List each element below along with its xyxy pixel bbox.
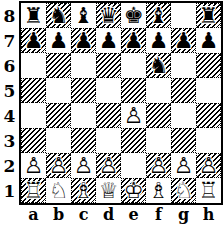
black-pawn-piece[interactable]: ♟ (196, 28, 221, 53)
rank-label-7: 7 (0, 28, 19, 53)
square-e7[interactable]: ♟ (121, 28, 146, 53)
black-king-piece[interactable]: ♚ (121, 3, 146, 28)
white-knight-piece[interactable]: ♞♘ (171, 178, 196, 203)
black-rook-piece[interactable]: ♜ (196, 3, 221, 28)
black-pawn-piece[interactable]: ♟ (121, 28, 146, 53)
square-d8[interactable]: ♛ (96, 3, 121, 28)
square-c7[interactable]: ♟ (71, 28, 96, 53)
square-a4[interactable] (21, 103, 46, 128)
square-g4[interactable] (171, 103, 196, 128)
square-g2[interactable]: ♟♙ (171, 153, 196, 178)
file-label-g: g (171, 205, 196, 224)
piece-glyph: ♟ (49, 28, 69, 53)
piece-glyph: ♛ (99, 3, 119, 28)
piece-glyph: ♙ (24, 153, 44, 178)
white-bishop-piece[interactable]: ♝♗ (71, 178, 96, 203)
rank-labels: 87654321 (0, 3, 19, 205)
piece-glyph: ♕ (99, 178, 119, 203)
white-pawn-piece[interactable]: ♟♙ (71, 153, 96, 178)
piece-glyph: ♗ (74, 178, 94, 203)
square-h2[interactable]: ♟♙ (196, 153, 221, 178)
square-d6[interactable] (96, 53, 121, 78)
piece-glyph: ♜ (199, 3, 219, 28)
board: ♜♞♝♛♚♝♜♟♟♟♟♟♟♟♟♞♟♙♟♙♟♙♟♙♟♙♟♙♟♙♟♙♜♖♞♘♝♗♛♕… (19, 1, 223, 205)
black-pawn-piece[interactable]: ♟ (96, 28, 121, 53)
piece-glyph: ♞ (49, 3, 69, 28)
black-pawn-piece[interactable]: ♟ (171, 28, 196, 53)
piece-glyph: ♟ (174, 28, 194, 53)
black-knight-piece[interactable]: ♞ (46, 3, 71, 28)
rank-label-2: 2 (0, 153, 19, 178)
white-pawn-piece[interactable]: ♟♙ (96, 153, 121, 178)
board-area: 87654321 ♜♞♝♛♚♝♜♟♟♟♟♟♟♟♟♞♟♙♟♙♟♙♟♙♟♙♟♙♟♙♟… (0, 1, 223, 205)
rank-label-6: 6 (0, 53, 19, 78)
file-label-a: a (21, 205, 46, 224)
square-b8[interactable]: ♞ (46, 3, 71, 28)
square-f2[interactable]: ♟♙ (146, 153, 171, 178)
piece-glyph: ♔ (124, 178, 144, 203)
piece-glyph: ♙ (124, 103, 144, 128)
white-rook-piece[interactable]: ♜♖ (21, 178, 46, 203)
piece-glyph: ♝ (74, 3, 94, 28)
square-f3[interactable] (146, 128, 171, 153)
square-g3[interactable] (171, 128, 196, 153)
white-pawn-piece[interactable]: ♟♙ (21, 153, 46, 178)
piece-glyph: ♟ (199, 28, 219, 53)
square-e2[interactable] (121, 153, 146, 178)
chess-diagram: 87654321 ♜♞♝♛♚♝♜♟♟♟♟♟♟♟♟♞♟♙♟♙♟♙♟♙♟♙♟♙♟♙♟… (0, 0, 223, 226)
square-d1[interactable]: ♛♕ (96, 178, 121, 203)
piece-glyph: ♟ (149, 28, 169, 53)
square-d5[interactable] (96, 78, 121, 103)
black-pawn-piece[interactable]: ♟ (21, 28, 46, 53)
square-h1[interactable]: ♜♖ (196, 178, 221, 203)
piece-glyph: ♖ (199, 178, 219, 203)
square-a5[interactable] (21, 78, 46, 103)
square-d7[interactable]: ♟ (96, 28, 121, 53)
square-e3[interactable] (121, 128, 146, 153)
piece-glyph: ♙ (99, 153, 119, 178)
file-label-c: c (71, 205, 96, 224)
square-h8[interactable]: ♜ (196, 3, 221, 28)
square-g7[interactable]: ♟ (171, 28, 196, 53)
black-pawn-piece[interactable]: ♟ (46, 28, 71, 53)
square-f8[interactable]: ♝ (146, 3, 171, 28)
square-h4[interactable] (196, 103, 221, 128)
white-pawn-piece[interactable]: ♟♙ (46, 153, 71, 178)
piece-glyph: ♟ (99, 28, 119, 53)
square-a8[interactable]: ♜ (21, 3, 46, 28)
square-h5[interactable] (196, 78, 221, 103)
black-knight-piece[interactable]: ♞ (146, 53, 171, 78)
piece-glyph: ♖ (24, 178, 44, 203)
square-h3[interactable] (196, 128, 221, 153)
file-label-d: d (96, 205, 121, 224)
square-b1[interactable]: ♞♘ (46, 178, 71, 203)
piece-glyph: ♙ (174, 153, 194, 178)
square-h6[interactable] (196, 53, 221, 78)
square-f6[interactable]: ♞ (146, 53, 171, 78)
square-a3[interactable] (21, 128, 46, 153)
square-d4[interactable] (96, 103, 121, 128)
white-knight-piece[interactable]: ♞♘ (46, 178, 71, 203)
square-e1[interactable]: ♚♔ (121, 178, 146, 203)
square-b4[interactable] (46, 103, 71, 128)
square-a2[interactable]: ♟♙ (21, 153, 46, 178)
white-bishop-piece[interactable]: ♝♗ (146, 178, 171, 203)
white-queen-piece[interactable]: ♛♕ (96, 178, 121, 203)
black-bishop-piece[interactable]: ♝ (146, 3, 171, 28)
square-f5[interactable] (146, 78, 171, 103)
square-c5[interactable] (71, 78, 96, 103)
piece-glyph: ♟ (24, 28, 44, 53)
white-rook-piece[interactable]: ♜♖ (196, 178, 221, 203)
square-g5[interactable] (171, 78, 196, 103)
square-c8[interactable]: ♝ (71, 3, 96, 28)
piece-glyph: ♚ (124, 3, 144, 28)
white-pawn-piece[interactable]: ♟♙ (121, 103, 146, 128)
square-e8[interactable]: ♚ (121, 3, 146, 28)
square-e4[interactable]: ♟♙ (121, 103, 146, 128)
square-g6[interactable] (171, 53, 196, 78)
white-pawn-piece[interactable]: ♟♙ (171, 153, 196, 178)
black-queen-piece[interactable]: ♛ (96, 3, 121, 28)
black-rook-piece[interactable]: ♜ (21, 3, 46, 28)
square-b5[interactable] (46, 78, 71, 103)
rank-label-3: 3 (0, 128, 19, 153)
piece-glyph: ♜ (24, 3, 44, 28)
square-h7[interactable]: ♟ (196, 28, 221, 53)
square-d2[interactable]: ♟♙ (96, 153, 121, 178)
file-label-h: h (196, 205, 221, 224)
file-label-f: f (146, 205, 171, 224)
piece-glyph: ♟ (74, 28, 94, 53)
square-d3[interactable] (96, 128, 121, 153)
square-e6[interactable] (121, 53, 146, 78)
square-g1[interactable]: ♞♘ (171, 178, 196, 203)
square-b3[interactable] (46, 128, 71, 153)
piece-glyph: ♞ (149, 53, 169, 78)
piece-glyph: ♝ (149, 3, 169, 28)
square-f1[interactable]: ♝♗ (146, 178, 171, 203)
black-bishop-piece[interactable]: ♝ (71, 3, 96, 28)
piece-glyph: ♘ (49, 178, 69, 203)
file-label-b: b (46, 205, 71, 224)
rank-label-5: 5 (0, 78, 19, 103)
rank-label-1: 1 (0, 178, 19, 203)
white-pawn-piece[interactable]: ♟♙ (146, 153, 171, 178)
rank-label-8: 8 (0, 3, 19, 28)
square-c1[interactable]: ♝♗ (71, 178, 96, 203)
square-b6[interactable] (46, 53, 71, 78)
square-c6[interactable] (71, 53, 96, 78)
square-c3[interactable] (71, 128, 96, 153)
piece-glyph: ♘ (174, 178, 194, 203)
square-f4[interactable] (146, 103, 171, 128)
piece-glyph: ♙ (199, 153, 219, 178)
square-c2[interactable]: ♟♙ (71, 153, 96, 178)
piece-glyph: ♗ (149, 178, 169, 203)
file-labels: abcdefgh (21, 205, 221, 224)
piece-glyph: ♙ (49, 153, 69, 178)
black-pawn-piece[interactable]: ♟ (71, 28, 96, 53)
square-a7[interactable]: ♟ (21, 28, 46, 53)
file-label-e: e (121, 205, 146, 224)
piece-glyph: ♙ (149, 153, 169, 178)
square-b7[interactable]: ♟ (46, 28, 71, 53)
piece-glyph: ♟ (124, 28, 144, 53)
rank-label-4: 4 (0, 103, 19, 128)
white-king-piece[interactable]: ♚♔ (121, 178, 146, 203)
white-pawn-piece[interactable]: ♟♙ (196, 153, 221, 178)
piece-glyph: ♙ (74, 153, 94, 178)
square-g8[interactable] (171, 3, 196, 28)
square-a1[interactable]: ♜♖ (21, 178, 46, 203)
square-f7[interactable]: ♟ (146, 28, 171, 53)
square-c4[interactable] (71, 103, 96, 128)
square-e5[interactable] (121, 78, 146, 103)
square-b2[interactable]: ♟♙ (46, 153, 71, 178)
square-a6[interactable] (21, 53, 46, 78)
black-pawn-piece[interactable]: ♟ (146, 28, 171, 53)
